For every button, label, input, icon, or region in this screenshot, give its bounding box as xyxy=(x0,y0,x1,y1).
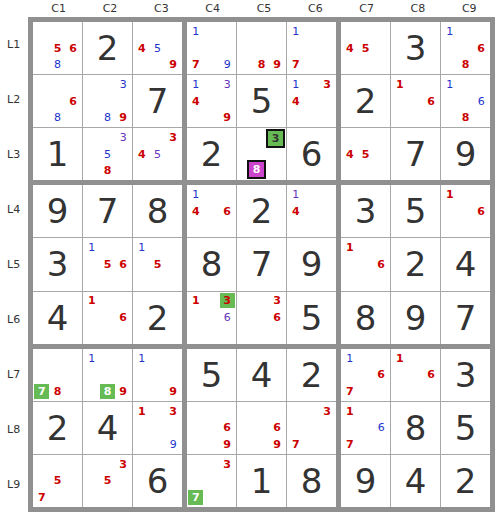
candidate-1[interactable]: 1 xyxy=(134,351,149,366)
candidate-8[interactable]: 8 xyxy=(458,57,473,72)
candidate-slot: 6 xyxy=(373,419,389,436)
cell-L9C4[interactable]: 37 xyxy=(187,455,236,507)
cell-value: 4 xyxy=(405,464,427,498)
candidate-slot: 9 xyxy=(115,110,131,127)
cell-L8C6[interactable]: 37 xyxy=(287,402,336,454)
candidate-8[interactable]: 8 xyxy=(100,110,115,125)
cell-L1C5[interactable]: 89 xyxy=(237,22,286,74)
candidate-slot: 1 xyxy=(392,76,408,93)
col-label-C2: C2 xyxy=(84,0,135,17)
cell-L4C5[interactable]: 2 xyxy=(237,185,286,237)
candidate-grid: 459 xyxy=(134,23,181,73)
cell-L7C7[interactable]: 167 xyxy=(341,349,390,401)
candidate-4[interactable]: 4 xyxy=(188,204,203,219)
candidate-slot: 5 xyxy=(150,256,166,273)
cell-L7C4[interactable]: 5 xyxy=(187,349,236,401)
candidate-8[interactable]: 8 xyxy=(50,110,65,125)
cell-value: 5 xyxy=(301,301,323,335)
cell-value: 3 xyxy=(455,358,477,392)
col-label-C3: C3 xyxy=(136,0,187,17)
candidate-9[interactable]: 9 xyxy=(166,437,181,452)
candidate-slot: 1 xyxy=(288,186,304,203)
candidate-grid: 146 xyxy=(188,186,235,236)
cell-L2C6[interactable]: 134 xyxy=(287,75,336,127)
candidate-grid: 19 xyxy=(134,350,181,400)
candidate-1[interactable]: 1 xyxy=(134,240,149,255)
cell-L4C1[interactable]: 9 xyxy=(33,185,82,237)
candidate-5[interactable]: 5 xyxy=(100,147,115,162)
cell-L5C6[interactable]: 9 xyxy=(287,238,336,290)
cell-L5C2[interactable]: 156 xyxy=(83,238,132,290)
cell-value: 9 xyxy=(455,137,477,171)
cell-L3C9[interactable]: 9 xyxy=(441,128,490,180)
cell-L7C5[interactable]: 4 xyxy=(237,349,286,401)
candidate-slot: 5 xyxy=(50,40,66,57)
candidate-slot: 6 xyxy=(373,366,389,383)
cell-L7C8[interactable]: 16 xyxy=(391,349,440,401)
candidate-grid: 189 xyxy=(84,350,131,400)
cell-value: 6 xyxy=(147,464,169,498)
candidate-4[interactable]: 4 xyxy=(288,204,303,219)
cell-L9C9[interactable]: 2 xyxy=(441,455,490,507)
cell-L3C8[interactable]: 7 xyxy=(391,128,440,180)
candidate-1[interactable]: 1 xyxy=(84,351,99,366)
cell-L2C7[interactable]: 2 xyxy=(341,75,390,127)
candidate-slot: 1 xyxy=(342,403,358,420)
row-label-L8: L8 xyxy=(0,402,26,457)
candidate-9[interactable]: 9 xyxy=(166,384,181,399)
candidate-7[interactable]: 7 xyxy=(288,437,303,452)
cell-L9C1[interactable]: 57 xyxy=(33,455,82,507)
candidate-grid: 14 xyxy=(288,186,335,236)
candidate-5[interactable]: 5 xyxy=(150,257,165,272)
candidate-slot: 4 xyxy=(188,93,204,110)
cell-L2C2[interactable]: 389 xyxy=(83,75,132,127)
candidate-9[interactable]: 9 xyxy=(116,384,131,399)
candidate-8-highlighted-green[interactable]: 8 xyxy=(100,384,115,399)
candidate-1[interactable]: 1 xyxy=(134,404,149,419)
cell-L8C9[interactable]: 5 xyxy=(441,402,490,454)
candidate-1[interactable]: 1 xyxy=(288,187,303,202)
candidate-3[interactable]: 3 xyxy=(166,404,181,419)
candidate-1[interactable]: 1 xyxy=(342,240,357,255)
candidate-slot: 3 xyxy=(115,76,131,93)
cell-L7C1[interactable]: 78 xyxy=(33,349,82,401)
candidate-9[interactable]: 9 xyxy=(116,110,131,125)
cell-L3C7[interactable]: 45 xyxy=(341,128,390,180)
cell-L6C7[interactable]: 8 xyxy=(341,292,390,344)
cell-L8C4[interactable]: 69 xyxy=(187,402,236,454)
candidate-9[interactable]: 9 xyxy=(220,437,235,452)
candidate-4[interactable]: 4 xyxy=(288,94,303,109)
candidate-7[interactable]: 7 xyxy=(34,490,49,505)
cell-L2C3[interactable]: 7 xyxy=(133,75,182,127)
cell-L4C7[interactable]: 3 xyxy=(341,185,390,237)
candidate-slot: 8 xyxy=(100,383,116,400)
candidate-3[interactable]: 3 xyxy=(320,404,335,419)
cell-L3C3[interactable]: 345 xyxy=(133,128,182,180)
cell-L5C1[interactable]: 3 xyxy=(33,238,82,290)
box-3: 4531682161684579 xyxy=(341,22,490,180)
candidate-4[interactable]: 4 xyxy=(188,94,203,109)
cell-value: 5 xyxy=(405,194,427,228)
cell-L9C5[interactable]: 1 xyxy=(237,455,286,507)
cell-value: 7 xyxy=(147,84,169,118)
candidate-3[interactable]: 3 xyxy=(166,130,181,145)
cell-L8C3[interactable]: 139 xyxy=(133,402,182,454)
candidate-6[interactable]: 6 xyxy=(116,310,131,325)
candidate-slot: 1 xyxy=(188,186,204,203)
cell-L9C2[interactable]: 35 xyxy=(83,455,132,507)
candidate-slot: 5 xyxy=(100,473,116,490)
cell-L2C4[interactable]: 1349 xyxy=(187,75,236,127)
candidate-slot: 1 xyxy=(134,350,150,367)
candidate-3[interactable]: 3 xyxy=(116,130,131,145)
candidate-grid: 167 xyxy=(342,350,389,400)
candidate-slot: 9 xyxy=(219,110,235,127)
candidate-8[interactable]: 8 xyxy=(50,57,65,72)
candidate-6[interactable]: 6 xyxy=(220,204,235,219)
cell-L4C6[interactable]: 14 xyxy=(287,185,336,237)
candidate-grid: 167 xyxy=(342,403,389,453)
candidate-3[interactable]: 3 xyxy=(320,77,335,92)
cell-L9C8[interactable]: 4 xyxy=(391,455,440,507)
candidate-slot: 3 xyxy=(319,403,335,420)
candidate-7[interactable]: 7 xyxy=(342,384,357,399)
candidate-slot: 1 xyxy=(134,403,150,420)
candidate-6[interactable]: 6 xyxy=(424,367,439,382)
candidate-6[interactable]: 6 xyxy=(374,420,389,435)
candidate-3[interactable]: 3 xyxy=(270,293,285,308)
row-label-L1: L1 xyxy=(0,17,26,72)
candidate-8-highlighted-magenta[interactable]: 8 xyxy=(247,160,266,179)
candidate-5[interactable]: 5 xyxy=(358,147,373,162)
cell-value: 8 xyxy=(147,194,169,228)
cell-value: 9 xyxy=(355,464,377,498)
cell-L1C6[interactable]: 17 xyxy=(287,22,336,74)
candidate-3[interactable]: 3 xyxy=(220,457,235,472)
candidate-6[interactable]: 6 xyxy=(66,94,81,109)
candidate-slot: 4 xyxy=(342,40,358,57)
candidate-6[interactable]: 6 xyxy=(474,41,489,56)
candidate-grid: 1349 xyxy=(188,76,235,126)
cell-L7C3[interactable]: 19 xyxy=(133,349,182,401)
cell-L5C9[interactable]: 4 xyxy=(441,238,490,290)
candidate-4[interactable]: 4 xyxy=(342,41,357,56)
candidate-8[interactable]: 8 xyxy=(100,163,115,178)
cell-L4C8[interactable]: 5 xyxy=(391,185,440,237)
candidate-grid: 69 xyxy=(188,403,235,453)
candidate-5[interactable]: 5 xyxy=(150,147,165,162)
candidate-6[interactable]: 6 xyxy=(474,204,489,219)
cell-L3C4[interactable]: 2 xyxy=(187,128,236,180)
candidate-slot: 1 xyxy=(84,239,100,256)
box-9: 16716316785942 xyxy=(341,349,490,507)
cell-L6C4[interactable]: 136 xyxy=(187,292,236,344)
cell-L6C9[interactable]: 7 xyxy=(441,292,490,344)
candidate-slot: 6 xyxy=(269,309,285,326)
candidate-slot: 5 xyxy=(100,256,116,273)
cell-value: 8 xyxy=(301,464,323,498)
candidate-slot: 3 xyxy=(165,403,181,420)
cell-L6C1[interactable]: 4 xyxy=(33,292,82,344)
candidate-5[interactable]: 5 xyxy=(358,41,373,56)
candidate-6[interactable]: 6 xyxy=(374,257,389,272)
cell-L8C7[interactable]: 167 xyxy=(341,402,390,454)
cell-value: 9 xyxy=(405,301,427,335)
cell-L1C2[interactable]: 2 xyxy=(83,22,132,74)
cell-L6C5[interactable]: 36 xyxy=(237,292,286,344)
cell-L8C1[interactable]: 2 xyxy=(33,402,82,454)
box-1: 56824596838971358345 xyxy=(33,22,182,180)
candidate-6[interactable]: 6 xyxy=(220,310,235,325)
candidate-slot: 1 xyxy=(84,293,100,310)
candidate-slot: 9 xyxy=(269,56,285,73)
candidate-slot: 9 xyxy=(165,436,181,453)
cell-L1C9[interactable]: 168 xyxy=(441,22,490,74)
candidate-1[interactable]: 1 xyxy=(288,77,303,92)
candidate-grid: 36 xyxy=(238,293,285,343)
cell-L2C8[interactable]: 16 xyxy=(391,75,440,127)
cell-L3C2[interactable]: 358 xyxy=(83,128,132,180)
row-label-L4: L4 xyxy=(0,182,26,237)
cell-value: 7 xyxy=(455,301,477,335)
candidate-slot: 7 xyxy=(342,383,358,400)
candidate-grid: 134 xyxy=(288,76,335,126)
candidate-9[interactable]: 9 xyxy=(270,437,285,452)
col-label-C4: C4 xyxy=(187,0,238,17)
candidate-1[interactable]: 1 xyxy=(188,293,203,308)
candidate-slot: 8 xyxy=(50,56,66,73)
candidate-4[interactable]: 4 xyxy=(342,147,357,162)
candidate-slot: 6 xyxy=(115,309,131,326)
candidate-3[interactable]: 3 xyxy=(116,77,131,92)
candidate-3-highlighted-green[interactable]: 3 xyxy=(266,129,285,148)
cell-L6C2[interactable]: 16 xyxy=(83,292,132,344)
cell-value: 8 xyxy=(201,247,223,281)
candidate-slot: 8 xyxy=(458,56,474,73)
candidate-slot: 1 xyxy=(288,23,304,40)
candidate-1[interactable]: 1 xyxy=(188,187,203,202)
candidate-grid: 45 xyxy=(342,23,389,73)
candidate-slot: 8 xyxy=(458,110,474,127)
candidate-slot: 8 xyxy=(50,110,66,127)
candidate-slot: 9 xyxy=(165,56,181,73)
candidate-slot: 5 xyxy=(150,40,166,57)
row-label-L3: L3 xyxy=(0,127,26,182)
candidate-3-highlighted-green[interactable]: 3 xyxy=(220,293,235,308)
candidate-slot: 7 xyxy=(34,383,50,400)
candidate-4[interactable]: 4 xyxy=(134,41,149,56)
candidate-9[interactable]: 9 xyxy=(270,57,285,72)
candidate-1[interactable]: 1 xyxy=(288,24,303,39)
candidate-slot: 9 xyxy=(165,383,181,400)
cell-L2C9[interactable]: 168 xyxy=(441,75,490,127)
candidate-7[interactable]: 7 xyxy=(288,57,303,72)
cell-L9C6[interactable]: 8 xyxy=(287,455,336,507)
cell-L1C7[interactable]: 45 xyxy=(341,22,390,74)
candidate-3[interactable]: 3 xyxy=(116,457,131,472)
candidate-9[interactable]: 9 xyxy=(220,110,235,125)
cell-value: 4 xyxy=(97,411,119,445)
cell-value: 1 xyxy=(47,137,69,171)
candidate-6[interactable]: 6 xyxy=(270,310,285,325)
candidate-1[interactable]: 1 xyxy=(188,24,203,39)
candidate-8[interactable]: 8 xyxy=(50,384,65,399)
cell-L9C3[interactable]: 6 xyxy=(133,455,182,507)
cell-L1C4[interactable]: 179 xyxy=(187,22,236,74)
cell-L9C7[interactable]: 9 xyxy=(341,455,390,507)
candidate-grid: 16 xyxy=(342,239,389,289)
candidate-grid: 37 xyxy=(288,403,335,453)
candidate-grid: 16 xyxy=(392,76,439,126)
candidate-slot: 3 xyxy=(115,129,131,146)
candidate-1[interactable]: 1 xyxy=(392,77,407,92)
candidate-7-highlighted-green[interactable]: 7 xyxy=(188,490,203,505)
candidate-slot: 3 xyxy=(219,293,235,310)
cell-L4C9[interactable]: 16 xyxy=(441,185,490,237)
candidate-grid: 89 xyxy=(238,23,285,73)
cell-value: 2 xyxy=(147,301,169,335)
candidate-1[interactable]: 1 xyxy=(342,351,357,366)
candidate-5[interactable]: 5 xyxy=(50,473,65,488)
candidate-slot: 4 xyxy=(342,146,358,163)
candidate-7[interactable]: 7 xyxy=(188,57,203,72)
cell-L5C4[interactable]: 8 xyxy=(187,238,236,290)
cell-value: 7 xyxy=(405,137,427,171)
cell-L1C1[interactable]: 568 xyxy=(33,22,82,74)
candidate-3[interactable]: 3 xyxy=(220,77,235,92)
candidate-9[interactable]: 9 xyxy=(220,57,235,72)
candidate-slot: 1 xyxy=(134,239,150,256)
candidate-slot: 6 xyxy=(115,256,131,273)
candidate-slot: 6 xyxy=(473,203,489,220)
candidate-slot: 3 xyxy=(219,456,235,473)
candidate-grid: 35 xyxy=(84,456,131,506)
box-6: 35161624897 xyxy=(341,185,490,343)
candidate-7[interactable]: 7 xyxy=(342,437,357,452)
candidate-6[interactable]: 6 xyxy=(270,420,285,435)
box-4: 9783156154162 xyxy=(33,185,182,343)
candidate-slot: 9 xyxy=(219,56,235,73)
cell-L3C6[interactable]: 6 xyxy=(287,128,336,180)
cell-L3C1[interactable]: 1 xyxy=(33,128,82,180)
candidate-slot: 6 xyxy=(423,366,439,383)
candidate-slot: 6 xyxy=(423,93,439,110)
cell-value: 8 xyxy=(405,411,427,445)
candidate-slot: 5 xyxy=(150,146,166,163)
cell-value: 3 xyxy=(355,194,377,228)
candidate-7-highlighted-green[interactable]: 7 xyxy=(34,384,49,399)
candidate-1[interactable]: 1 xyxy=(442,77,457,92)
candidate-1[interactable]: 1 xyxy=(392,351,407,366)
cell-L5C3[interactable]: 15 xyxy=(133,238,182,290)
cell-L4C4[interactable]: 146 xyxy=(187,185,236,237)
row-label-L6: L6 xyxy=(0,292,26,347)
candidate-slot: 9 xyxy=(269,436,285,453)
candidate-5[interactable]: 5 xyxy=(100,257,115,272)
candidate-grid: 15 xyxy=(134,239,181,289)
cell-L6C6[interactable]: 5 xyxy=(287,292,336,344)
cell-value: 2 xyxy=(301,358,323,392)
candidate-slot: 9 xyxy=(219,436,235,453)
candidate-grid: 345 xyxy=(134,129,181,179)
cell-L7C2[interactable]: 189 xyxy=(83,349,132,401)
cell-L7C6[interactable]: 2 xyxy=(287,349,336,401)
candidate-slot: 6 xyxy=(219,419,235,436)
candidate-5[interactable]: 5 xyxy=(150,41,165,56)
candidate-slot: 8 xyxy=(247,160,266,179)
cell-L5C7[interactable]: 16 xyxy=(341,238,390,290)
candidate-6[interactable]: 6 xyxy=(374,367,389,382)
cell-L4C3[interactable]: 8 xyxy=(133,185,182,237)
candidate-4[interactable]: 4 xyxy=(134,147,149,162)
cell-L3C5[interactable]: 38 xyxy=(237,128,286,180)
candidate-slot: 8 xyxy=(254,56,270,73)
candidate-1[interactable]: 1 xyxy=(84,240,99,255)
cell-L5C5[interactable]: 7 xyxy=(237,238,286,290)
candidate-6[interactable]: 6 xyxy=(116,257,131,272)
cell-L2C5[interactable]: 5 xyxy=(237,75,286,127)
candidate-1[interactable]: 1 xyxy=(342,404,357,419)
cell-value: 2 xyxy=(97,31,119,65)
candidate-5[interactable]: 5 xyxy=(50,41,65,56)
candidate-slot: 3 xyxy=(319,76,335,93)
candidate-1[interactable]: 1 xyxy=(84,293,99,308)
row-label-L2: L2 xyxy=(0,72,26,127)
candidate-slot: 9 xyxy=(115,383,131,400)
candidate-1[interactable]: 1 xyxy=(188,77,203,92)
cell-L8C5[interactable]: 69 xyxy=(237,402,286,454)
cell-value: 6 xyxy=(301,137,323,171)
cell-L7C9[interactable]: 3 xyxy=(441,349,490,401)
cell-L8C8[interactable]: 8 xyxy=(391,402,440,454)
candidate-1[interactable]: 1 xyxy=(442,187,457,202)
candidate-1[interactable]: 1 xyxy=(442,24,457,39)
candidate-slot: 5 xyxy=(50,473,66,490)
cell-value: 7 xyxy=(97,194,119,228)
candidate-grid: 45 xyxy=(342,129,389,179)
cell-L5C8[interactable]: 2 xyxy=(391,238,440,290)
candidate-8[interactable]: 8 xyxy=(254,57,269,72)
candidate-grid: 17 xyxy=(288,23,335,73)
candidate-6[interactable]: 6 xyxy=(220,420,235,435)
cell-L2C1[interactable]: 68 xyxy=(33,75,82,127)
cell-L4C2[interactable]: 7 xyxy=(83,185,132,237)
cell-value: 2 xyxy=(251,194,273,228)
candidate-6[interactable]: 6 xyxy=(66,41,81,56)
cell-L6C3[interactable]: 2 xyxy=(133,292,182,344)
candidate-slot: 6 xyxy=(219,203,235,220)
candidate-slot: 6 xyxy=(269,419,285,436)
candidate-8[interactable]: 8 xyxy=(458,110,473,125)
cell-value: 9 xyxy=(301,247,323,281)
cell-L8C2[interactable]: 4 xyxy=(83,402,132,454)
candidate-grid: 78 xyxy=(34,350,81,400)
cell-value: 5 xyxy=(455,411,477,445)
sudoku-board: 5682459683897135834517989171349513423864… xyxy=(28,17,495,512)
candidate-9[interactable]: 9 xyxy=(166,57,181,72)
cell-L1C8[interactable]: 3 xyxy=(391,22,440,74)
cell-L6C8[interactable]: 9 xyxy=(391,292,440,344)
candidate-slot: 7 xyxy=(188,489,204,506)
candidate-5[interactable]: 5 xyxy=(100,473,115,488)
candidate-slot: 6 xyxy=(65,40,81,57)
candidate-6[interactable]: 6 xyxy=(474,94,489,109)
candidate-6[interactable]: 6 xyxy=(424,94,439,109)
cell-L1C3[interactable]: 459 xyxy=(133,22,182,74)
candidate-slot: 7 xyxy=(288,436,304,453)
